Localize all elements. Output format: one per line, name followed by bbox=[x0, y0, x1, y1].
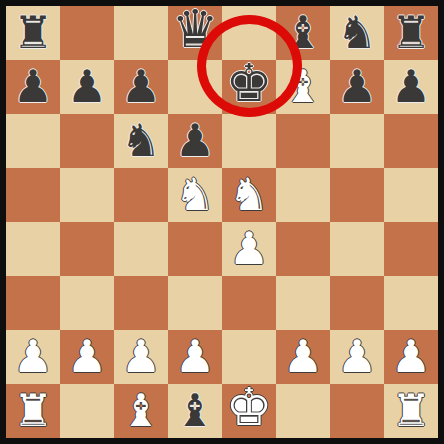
black-pawn: ♟ bbox=[13, 60, 53, 114]
black-bishop: ♝ bbox=[283, 6, 323, 60]
square-d6[interactable]: ♟ bbox=[168, 114, 222, 168]
square-e6[interactable] bbox=[222, 114, 276, 168]
black-queen: ♛ bbox=[172, 2, 219, 56]
square-c1[interactable]: ♝ bbox=[114, 384, 168, 438]
square-f4[interactable] bbox=[276, 222, 330, 276]
square-c3[interactable] bbox=[114, 276, 168, 330]
white-king: ♚ bbox=[226, 380, 273, 434]
square-d7[interactable] bbox=[168, 60, 222, 114]
square-d4[interactable] bbox=[168, 222, 222, 276]
square-e5[interactable]: ♞ bbox=[222, 168, 276, 222]
black-pawn: ♟ bbox=[391, 60, 431, 114]
square-b8[interactable] bbox=[60, 6, 114, 60]
square-h2[interactable]: ♟ bbox=[384, 330, 438, 384]
square-b2[interactable]: ♟ bbox=[60, 330, 114, 384]
square-d5[interactable]: ♞ bbox=[168, 168, 222, 222]
square-a3[interactable] bbox=[6, 276, 60, 330]
square-b3[interactable] bbox=[60, 276, 114, 330]
square-b7[interactable]: ♟ bbox=[60, 60, 114, 114]
square-h5[interactable] bbox=[384, 168, 438, 222]
square-e8[interactable] bbox=[222, 6, 276, 60]
square-f1[interactable] bbox=[276, 384, 330, 438]
square-h6[interactable] bbox=[384, 114, 438, 168]
black-rook: ♜ bbox=[13, 6, 53, 60]
square-a7[interactable]: ♟ bbox=[6, 60, 60, 114]
square-d3[interactable] bbox=[168, 276, 222, 330]
white-pawn: ♟ bbox=[175, 330, 215, 384]
square-b5[interactable] bbox=[60, 168, 114, 222]
square-e2[interactable] bbox=[222, 330, 276, 384]
square-g3[interactable] bbox=[330, 276, 384, 330]
square-f6[interactable] bbox=[276, 114, 330, 168]
square-g2[interactable]: ♟ bbox=[330, 330, 384, 384]
square-f3[interactable] bbox=[276, 276, 330, 330]
white-pawn: ♟ bbox=[121, 330, 161, 384]
black-knight: ♞ bbox=[337, 6, 377, 60]
white-bishop: ♝ bbox=[121, 384, 161, 438]
white-knight: ♞ bbox=[175, 168, 215, 222]
square-c7[interactable]: ♟ bbox=[114, 60, 168, 114]
white-rook: ♜ bbox=[13, 384, 53, 438]
square-c8[interactable] bbox=[114, 6, 168, 60]
square-d1[interactable]: ♝ bbox=[168, 384, 222, 438]
square-h1[interactable]: ♜ bbox=[384, 384, 438, 438]
square-g8[interactable]: ♞ bbox=[330, 6, 384, 60]
square-h4[interactable] bbox=[384, 222, 438, 276]
black-knight: ♞ bbox=[121, 114, 161, 168]
chess-board: ♜♛♝♞♜♟♟♟♚♝♟♟♞♟♞♞♟♟♟♟♟♟♟♟♜♝♝♚♜ bbox=[6, 6, 438, 438]
black-rook: ♜ bbox=[391, 6, 431, 60]
square-a5[interactable] bbox=[6, 168, 60, 222]
white-pawn: ♟ bbox=[67, 330, 107, 384]
square-h7[interactable]: ♟ bbox=[384, 60, 438, 114]
black-pawn: ♟ bbox=[121, 60, 161, 114]
black-king: ♚ bbox=[226, 56, 273, 110]
square-e3[interactable] bbox=[222, 276, 276, 330]
square-c2[interactable]: ♟ bbox=[114, 330, 168, 384]
black-pawn: ♟ bbox=[67, 60, 107, 114]
square-b6[interactable] bbox=[60, 114, 114, 168]
white-pawn: ♟ bbox=[229, 222, 269, 276]
square-c6[interactable]: ♞ bbox=[114, 114, 168, 168]
square-g7[interactable]: ♟ bbox=[330, 60, 384, 114]
board-frame: ♜♛♝♞♜♟♟♟♚♝♟♟♞♟♞♞♟♟♟♟♟♟♟♟♜♝♝♚♜ bbox=[0, 0, 444, 444]
square-g1[interactable] bbox=[330, 384, 384, 438]
square-h8[interactable]: ♜ bbox=[384, 6, 438, 60]
square-a6[interactable] bbox=[6, 114, 60, 168]
white-pawn: ♟ bbox=[13, 330, 53, 384]
square-b4[interactable] bbox=[60, 222, 114, 276]
square-a8[interactable]: ♜ bbox=[6, 6, 60, 60]
white-knight: ♞ bbox=[229, 168, 269, 222]
square-f8[interactable]: ♝ bbox=[276, 6, 330, 60]
square-d8[interactable]: ♛ bbox=[168, 6, 222, 60]
white-bishop: ♝ bbox=[283, 60, 323, 114]
square-h3[interactable] bbox=[384, 276, 438, 330]
square-g6[interactable] bbox=[330, 114, 384, 168]
square-b1[interactable] bbox=[60, 384, 114, 438]
square-d2[interactable]: ♟ bbox=[168, 330, 222, 384]
square-f7[interactable]: ♝ bbox=[276, 60, 330, 114]
square-e1[interactable]: ♚ bbox=[222, 384, 276, 438]
square-g4[interactable] bbox=[330, 222, 384, 276]
white-pawn: ♟ bbox=[337, 330, 377, 384]
square-c5[interactable] bbox=[114, 168, 168, 222]
square-f5[interactable] bbox=[276, 168, 330, 222]
square-g5[interactable] bbox=[330, 168, 384, 222]
square-a2[interactable]: ♟ bbox=[6, 330, 60, 384]
square-e4[interactable]: ♟ bbox=[222, 222, 276, 276]
square-c4[interactable] bbox=[114, 222, 168, 276]
square-a4[interactable] bbox=[6, 222, 60, 276]
square-f2[interactable]: ♟ bbox=[276, 330, 330, 384]
white-pawn: ♟ bbox=[283, 330, 323, 384]
square-e7[interactable]: ♚ bbox=[222, 60, 276, 114]
white-rook: ♜ bbox=[391, 384, 431, 438]
black-pawn: ♟ bbox=[175, 114, 215, 168]
black-bishop: ♝ bbox=[175, 384, 215, 438]
black-pawn: ♟ bbox=[337, 60, 377, 114]
white-pawn: ♟ bbox=[391, 330, 431, 384]
square-a1[interactable]: ♜ bbox=[6, 384, 60, 438]
